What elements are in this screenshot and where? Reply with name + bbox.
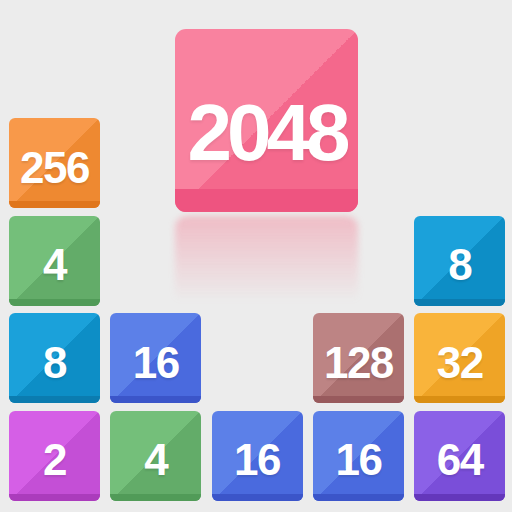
- tile-256[interactable]: 256: [9, 118, 100, 208]
- tile-16[interactable]: 16: [110, 313, 201, 403]
- tile-value: 2: [9, 411, 100, 501]
- tile-value: 128: [313, 313, 404, 403]
- tile-8[interactable]: 8: [9, 313, 100, 403]
- tile-value: 16: [212, 411, 303, 501]
- tile-128[interactable]: 128: [313, 313, 404, 403]
- tile-32[interactable]: 32: [414, 313, 505, 403]
- tile-value: 256: [9, 118, 100, 208]
- tile-16[interactable]: 16: [313, 411, 404, 501]
- logo-text: 2048: [175, 29, 358, 212]
- tile-2[interactable]: 2: [9, 411, 100, 501]
- tile-value: 16: [110, 313, 201, 403]
- tile-4[interactable]: 4: [110, 411, 201, 501]
- tile-64[interactable]: 64: [414, 411, 505, 501]
- tile-4[interactable]: 4: [9, 216, 100, 306]
- tile-value: 64: [414, 411, 505, 501]
- tile-8[interactable]: 8: [414, 216, 505, 306]
- tile-value: 16: [313, 411, 404, 501]
- logo-reflection: [175, 216, 358, 306]
- tile-value: 32: [414, 313, 505, 403]
- logo-tile: 2048: [175, 29, 358, 212]
- tile-value: 8: [9, 313, 100, 403]
- app-icon-canvas: 2048 256488161283224161664: [0, 0, 512, 512]
- tile-16[interactable]: 16: [212, 411, 303, 501]
- tile-value: 8: [414, 216, 505, 306]
- tile-value: 4: [110, 411, 201, 501]
- tile-value: 4: [9, 216, 100, 306]
